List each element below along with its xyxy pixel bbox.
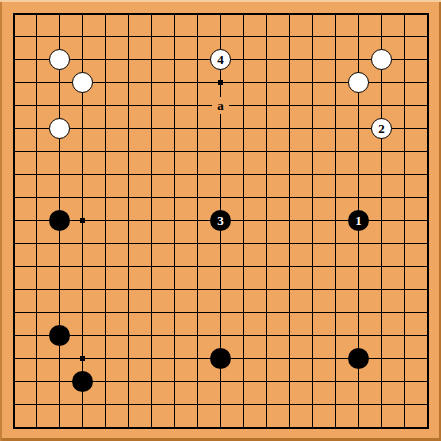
point-F19[interactable] [117,2,140,25]
point-E11[interactable] [94,186,117,209]
point-S5[interactable] [393,324,416,347]
point-K18[interactable] [209,25,232,48]
point-O1[interactable] [301,416,324,439]
point-B16[interactable] [25,71,48,94]
point-N3[interactable] [278,370,301,393]
point-J4[interactable] [186,347,209,370]
point-F8[interactable] [117,255,140,278]
point-N15[interactable] [278,94,301,117]
point-M2[interactable] [255,393,278,416]
point-B8[interactable] [25,255,48,278]
black-stone-C5[interactable] [49,325,70,346]
point-B17[interactable] [25,48,48,71]
point-A16[interactable] [2,71,25,94]
point-R5[interactable] [370,324,393,347]
point-H8[interactable] [163,255,186,278]
point-J17[interactable] [186,48,209,71]
point-E19[interactable] [94,2,117,25]
point-P18[interactable] [324,25,347,48]
point-D17[interactable] [71,48,94,71]
point-C14[interactable] [48,117,71,140]
point-T17[interactable] [416,48,439,71]
point-O12[interactable] [301,163,324,186]
point-O17[interactable] [301,48,324,71]
point-T9[interactable] [416,232,439,255]
point-B9[interactable] [25,232,48,255]
point-H15[interactable] [163,94,186,117]
point-C3[interactable] [48,370,71,393]
point-J19[interactable] [186,2,209,25]
point-R18[interactable] [370,25,393,48]
point-K5[interactable] [209,324,232,347]
point-N14[interactable] [278,117,301,140]
point-M12[interactable] [255,163,278,186]
point-G7[interactable] [140,278,163,301]
point-F17[interactable] [117,48,140,71]
point-D6[interactable] [71,301,94,324]
point-K19[interactable] [209,2,232,25]
point-P6[interactable] [324,301,347,324]
point-J15[interactable] [186,94,209,117]
point-R3[interactable] [370,370,393,393]
point-M11[interactable] [255,186,278,209]
point-Q18[interactable] [347,25,370,48]
point-D14[interactable] [71,117,94,140]
point-N2[interactable] [278,393,301,416]
point-C17[interactable] [48,48,71,71]
point-G10[interactable] [140,209,163,232]
point-K12[interactable] [209,163,232,186]
point-O13[interactable] [301,140,324,163]
point-K4[interactable] [209,347,232,370]
point-M16[interactable] [255,71,278,94]
point-C1[interactable] [48,416,71,439]
point-H13[interactable] [163,140,186,163]
point-E5[interactable] [94,324,117,347]
point-S18[interactable] [393,25,416,48]
point-K6[interactable] [209,301,232,324]
point-S4[interactable] [393,347,416,370]
point-K15[interactable]: a [209,94,232,117]
point-L9[interactable] [232,232,255,255]
point-T12[interactable] [416,163,439,186]
point-O9[interactable] [301,232,324,255]
black-stone-Q4[interactable] [348,348,369,369]
point-G13[interactable] [140,140,163,163]
point-B13[interactable] [25,140,48,163]
point-B6[interactable] [25,301,48,324]
point-L4[interactable] [232,347,255,370]
point-N19[interactable] [278,2,301,25]
point-E14[interactable] [94,117,117,140]
point-K7[interactable] [209,278,232,301]
point-K1[interactable] [209,416,232,439]
point-L13[interactable] [232,140,255,163]
point-E18[interactable] [94,25,117,48]
white-stone-D16[interactable] [72,72,93,93]
point-F11[interactable] [117,186,140,209]
point-A7[interactable] [2,278,25,301]
point-D8[interactable] [71,255,94,278]
point-M3[interactable] [255,370,278,393]
point-N5[interactable] [278,324,301,347]
point-G6[interactable] [140,301,163,324]
point-H12[interactable] [163,163,186,186]
point-J6[interactable] [186,301,209,324]
point-H7[interactable] [163,278,186,301]
point-Q15[interactable] [347,94,370,117]
point-C18[interactable] [48,25,71,48]
point-H4[interactable] [163,347,186,370]
point-S9[interactable] [393,232,416,255]
point-J8[interactable] [186,255,209,278]
point-D3[interactable] [71,370,94,393]
point-C10[interactable] [48,209,71,232]
point-T6[interactable] [416,301,439,324]
point-J11[interactable] [186,186,209,209]
point-J5[interactable] [186,324,209,347]
point-N8[interactable] [278,255,301,278]
point-O18[interactable] [301,25,324,48]
point-G8[interactable] [140,255,163,278]
point-O5[interactable] [301,324,324,347]
white-stone-R17[interactable] [371,49,392,70]
point-H16[interactable] [163,71,186,94]
point-Q14[interactable] [347,117,370,140]
point-C13[interactable] [48,140,71,163]
point-T1[interactable] [416,416,439,439]
point-A18[interactable] [2,25,25,48]
point-G11[interactable] [140,186,163,209]
point-R4[interactable] [370,347,393,370]
point-G1[interactable] [140,416,163,439]
point-O14[interactable] [301,117,324,140]
point-M15[interactable] [255,94,278,117]
point-P11[interactable] [324,186,347,209]
white-stone-K17[interactable]: 4 [210,49,231,70]
point-T8[interactable] [416,255,439,278]
point-B11[interactable] [25,186,48,209]
point-F14[interactable] [117,117,140,140]
point-L6[interactable] [232,301,255,324]
point-R10[interactable] [370,209,393,232]
point-N6[interactable] [278,301,301,324]
point-P15[interactable] [324,94,347,117]
point-N17[interactable] [278,48,301,71]
point-D15[interactable] [71,94,94,117]
point-T4[interactable] [416,347,439,370]
point-P9[interactable] [324,232,347,255]
point-Q6[interactable] [347,301,370,324]
point-S6[interactable] [393,301,416,324]
point-K2[interactable] [209,393,232,416]
point-D16[interactable] [71,71,94,94]
point-L3[interactable] [232,370,255,393]
black-stone-Q10[interactable]: 1 [348,210,369,231]
point-M4[interactable] [255,347,278,370]
point-M5[interactable] [255,324,278,347]
point-J3[interactable] [186,370,209,393]
point-H18[interactable] [163,25,186,48]
point-F10[interactable] [117,209,140,232]
point-A12[interactable] [2,163,25,186]
point-A10[interactable] [2,209,25,232]
point-J16[interactable] [186,71,209,94]
point-F9[interactable] [117,232,140,255]
point-O3[interactable] [301,370,324,393]
point-A1[interactable] [2,416,25,439]
point-T2[interactable] [416,393,439,416]
point-L19[interactable] [232,2,255,25]
point-E13[interactable] [94,140,117,163]
point-B2[interactable] [25,393,48,416]
point-P7[interactable] [324,278,347,301]
point-C15[interactable] [48,94,71,117]
point-Q5[interactable] [347,324,370,347]
point-F16[interactable] [117,71,140,94]
point-G3[interactable] [140,370,163,393]
point-L5[interactable] [232,324,255,347]
point-R2[interactable] [370,393,393,416]
point-P12[interactable] [324,163,347,186]
black-stone-D3[interactable] [72,371,93,392]
point-K17[interactable]: 4 [209,48,232,71]
point-A9[interactable] [2,232,25,255]
point-G16[interactable] [140,71,163,94]
point-F4[interactable] [117,347,140,370]
point-D2[interactable] [71,393,94,416]
point-R6[interactable] [370,301,393,324]
point-H6[interactable] [163,301,186,324]
point-B10[interactable] [25,209,48,232]
black-stone-K4[interactable] [210,348,231,369]
point-S1[interactable] [393,416,416,439]
point-Q13[interactable] [347,140,370,163]
point-B7[interactable] [25,278,48,301]
white-stone-C14[interactable] [49,118,70,139]
point-B1[interactable] [25,416,48,439]
point-L17[interactable] [232,48,255,71]
point-J18[interactable] [186,25,209,48]
point-B5[interactable] [25,324,48,347]
point-N4[interactable] [278,347,301,370]
point-J10[interactable] [186,209,209,232]
black-stone-C10[interactable] [49,210,70,231]
point-A4[interactable] [2,347,25,370]
point-M17[interactable] [255,48,278,71]
point-F13[interactable] [117,140,140,163]
point-P5[interactable] [324,324,347,347]
point-R9[interactable] [370,232,393,255]
point-E9[interactable] [94,232,117,255]
point-R1[interactable] [370,416,393,439]
white-stone-R14[interactable]: 2 [371,118,392,139]
point-G17[interactable] [140,48,163,71]
point-S13[interactable] [393,140,416,163]
point-L11[interactable] [232,186,255,209]
point-H17[interactable] [163,48,186,71]
point-B18[interactable] [25,25,48,48]
point-J12[interactable] [186,163,209,186]
point-M19[interactable] [255,2,278,25]
point-K3[interactable] [209,370,232,393]
point-A5[interactable] [2,324,25,347]
point-N1[interactable] [278,416,301,439]
point-H2[interactable] [163,393,186,416]
point-E4[interactable] [94,347,117,370]
point-S3[interactable] [393,370,416,393]
point-H5[interactable] [163,324,186,347]
point-N10[interactable] [278,209,301,232]
point-D5[interactable] [71,324,94,347]
point-T19[interactable] [416,2,439,25]
point-M6[interactable] [255,301,278,324]
point-S19[interactable] [393,2,416,25]
point-J1[interactable] [186,416,209,439]
point-M10[interactable] [255,209,278,232]
point-N7[interactable] [278,278,301,301]
point-T14[interactable] [416,117,439,140]
point-F2[interactable] [117,393,140,416]
point-Q2[interactable] [347,393,370,416]
point-Q1[interactable] [347,416,370,439]
point-K16[interactable] [209,71,232,94]
point-C12[interactable] [48,163,71,186]
point-O15[interactable] [301,94,324,117]
point-K13[interactable] [209,140,232,163]
point-L2[interactable] [232,393,255,416]
point-M14[interactable] [255,117,278,140]
point-Q17[interactable] [347,48,370,71]
point-O11[interactable] [301,186,324,209]
point-L16[interactable] [232,71,255,94]
point-F5[interactable] [117,324,140,347]
point-C4[interactable] [48,347,71,370]
point-O2[interactable] [301,393,324,416]
point-E17[interactable] [94,48,117,71]
point-H10[interactable] [163,209,186,232]
point-M18[interactable] [255,25,278,48]
point-S10[interactable] [393,209,416,232]
point-P16[interactable] [324,71,347,94]
point-R11[interactable] [370,186,393,209]
point-S8[interactable] [393,255,416,278]
point-A2[interactable] [2,393,25,416]
point-R16[interactable] [370,71,393,94]
point-H1[interactable] [163,416,186,439]
point-M7[interactable] [255,278,278,301]
point-P1[interactable] [324,416,347,439]
point-T7[interactable] [416,278,439,301]
point-Q3[interactable] [347,370,370,393]
point-E16[interactable] [94,71,117,94]
point-F1[interactable] [117,416,140,439]
point-E12[interactable] [94,163,117,186]
point-J14[interactable] [186,117,209,140]
point-Q8[interactable] [347,255,370,278]
point-G18[interactable] [140,25,163,48]
point-K9[interactable] [209,232,232,255]
point-R12[interactable] [370,163,393,186]
point-P19[interactable] [324,2,347,25]
point-J7[interactable] [186,278,209,301]
point-O8[interactable] [301,255,324,278]
point-P8[interactable] [324,255,347,278]
point-P17[interactable] [324,48,347,71]
point-C16[interactable] [48,71,71,94]
point-K8[interactable] [209,255,232,278]
point-D9[interactable] [71,232,94,255]
black-stone-K10[interactable]: 3 [210,210,231,231]
point-C9[interactable] [48,232,71,255]
point-A11[interactable] [2,186,25,209]
point-Q16[interactable] [347,71,370,94]
point-L7[interactable] [232,278,255,301]
point-E10[interactable] [94,209,117,232]
point-G15[interactable] [140,94,163,117]
point-L8[interactable] [232,255,255,278]
point-P2[interactable] [324,393,347,416]
point-N16[interactable] [278,71,301,94]
point-K14[interactable] [209,117,232,140]
point-Q7[interactable] [347,278,370,301]
point-A6[interactable] [2,301,25,324]
point-D19[interactable] [71,2,94,25]
point-L18[interactable] [232,25,255,48]
point-A14[interactable] [2,117,25,140]
point-F18[interactable] [117,25,140,48]
point-D11[interactable] [71,186,94,209]
point-F6[interactable] [117,301,140,324]
point-G4[interactable] [140,347,163,370]
point-L14[interactable] [232,117,255,140]
point-F3[interactable] [117,370,140,393]
point-F12[interactable] [117,163,140,186]
point-L1[interactable] [232,416,255,439]
point-A8[interactable] [2,255,25,278]
point-R7[interactable] [370,278,393,301]
point-S16[interactable] [393,71,416,94]
white-stone-C17[interactable] [49,49,70,70]
point-M9[interactable] [255,232,278,255]
point-Q19[interactable] [347,2,370,25]
point-S12[interactable] [393,163,416,186]
point-M8[interactable] [255,255,278,278]
point-N12[interactable] [278,163,301,186]
point-B3[interactable] [25,370,48,393]
point-T18[interactable] [416,25,439,48]
point-C5[interactable] [48,324,71,347]
point-E3[interactable] [94,370,117,393]
point-C11[interactable] [48,186,71,209]
point-E6[interactable] [94,301,117,324]
point-D18[interactable] [71,25,94,48]
point-T5[interactable] [416,324,439,347]
point-L12[interactable] [232,163,255,186]
point-G19[interactable] [140,2,163,25]
point-O6[interactable] [301,301,324,324]
point-A17[interactable] [2,48,25,71]
point-G12[interactable] [140,163,163,186]
point-M1[interactable] [255,416,278,439]
point-B19[interactable] [25,2,48,25]
point-A19[interactable] [2,2,25,25]
point-F15[interactable] [117,94,140,117]
point-D7[interactable] [71,278,94,301]
point-O4[interactable] [301,347,324,370]
point-J13[interactable] [186,140,209,163]
point-O7[interactable] [301,278,324,301]
